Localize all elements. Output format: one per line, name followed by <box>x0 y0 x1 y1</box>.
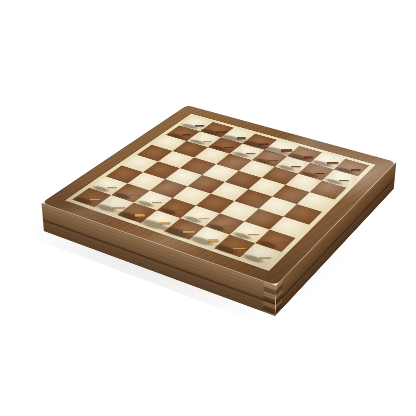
chess-board: ♜♜♞♞♝♝♛♛♚♚♝♝♞♞♜♜♟♟♟♟♟♟♟♟♟♟♟♟♟♟♟♟♟♟♟♟♟♟♟♟… <box>41 105 396 286</box>
square-h5 <box>297 192 335 212</box>
product-photo: ♜♜♞♞♝♝♛♛♚♚♝♝♞♞♜♜♟♟♟♟♟♟♟♟♟♟♟♟♟♟♟♟♟♟♟♟♟♟♟♟… <box>0 0 416 416</box>
